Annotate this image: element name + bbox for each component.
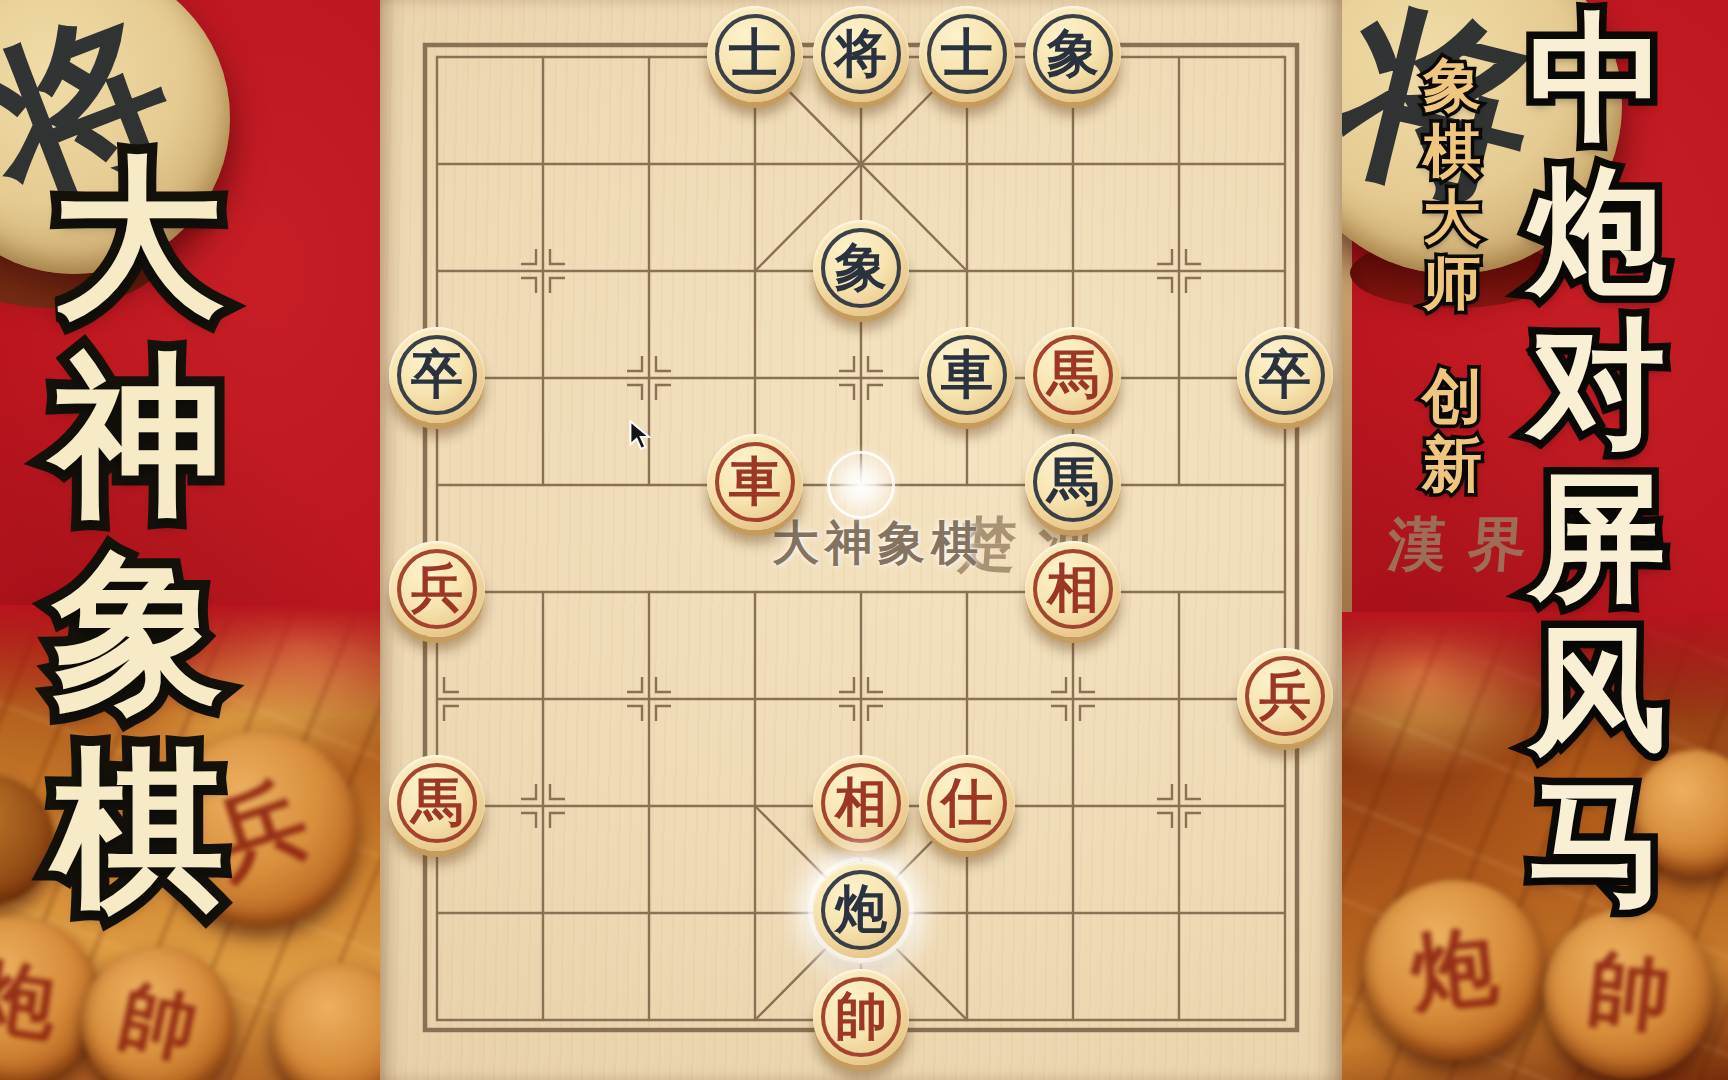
piece-馬-a3[interactable]: 馬 [389,755,485,851]
point-marker [1157,249,1172,264]
point-marker [1157,784,1172,799]
point-marker [656,356,671,371]
piece-士-f10[interactable]: 士 [919,6,1015,102]
point-marker [839,356,854,371]
piece-char: 卒 [1237,327,1333,423]
piece-仕-f3[interactable]: 仕 [919,755,1015,851]
piece-char: 馬 [389,755,485,851]
point-marker [550,249,565,264]
piece-士-d10[interactable]: 士 [707,6,803,102]
banner-char: 神 [52,337,224,534]
screenshot-stage: 将 兵 炮 帥 大神象棋 楚河 漢界 [0,0,1728,1080]
banner-char: 象 [1423,52,1481,118]
point-marker [1080,706,1095,721]
piece-char: 帥 [813,969,909,1065]
point-marker [550,784,565,799]
point-marker [1186,249,1201,264]
photo-piece-shuai: 帥 [1544,908,1714,1078]
xiangqi-board: 楚河 漢界 大神象棋 士将士象象卒車馬卒車馬兵相兵馬相仕炮帥 [380,0,1342,1080]
point-marker [627,706,642,721]
point-marker [444,706,459,721]
banner-char: 象 [52,534,224,731]
piece-卒-i7[interactable]: 卒 [1237,327,1333,423]
point-marker [1186,784,1201,799]
point-marker [1186,278,1201,293]
banner-char: 马 [1528,767,1666,920]
banner-char: 对 [1528,308,1666,461]
point-marker [444,677,459,692]
photo-piece-pao: 炮 [1364,880,1544,1060]
right-banner-subtitle: 象棋大师 [1414,52,1490,316]
point-marker [839,706,854,721]
piece-char: 相 [1025,541,1121,637]
point-marker [839,385,854,400]
point-marker [839,677,854,692]
banner-char: 中 [1528,2,1666,155]
point-marker [868,677,883,692]
point-marker [1080,677,1095,692]
point-marker [656,677,671,692]
piece-象-e8[interactable]: 象 [813,220,909,316]
piece-char: 相 [813,755,909,851]
piece-炮-e2[interactable]: 炮 [813,862,909,958]
point-marker [521,813,536,828]
piece-char: 仕 [919,755,1015,851]
point-marker [550,278,565,293]
banner-char: 棋 [1423,118,1481,184]
piece-char: 士 [707,6,803,102]
piece-車-f7[interactable]: 車 [919,327,1015,423]
piece-相-g5[interactable]: 相 [1025,541,1121,637]
point-marker [868,356,883,371]
piece-兵-a5[interactable]: 兵 [389,541,485,637]
banner-char: 新 [1422,430,1482,498]
banner-char: 风 [1528,614,1666,767]
piece-帥-e1[interactable]: 帥 [813,969,909,1065]
banner-char: 屏 [1528,461,1666,614]
point-marker [1051,706,1066,721]
point-marker [868,385,883,400]
point-marker [1157,278,1172,293]
piece-車-d6[interactable]: 車 [707,434,803,530]
point-marker [521,249,536,264]
point-marker [868,706,883,721]
banner-char: 创 [1422,362,1482,430]
piece-char: 馬 [1025,434,1121,530]
piece-char: 兵 [1237,648,1333,744]
piece-char: 兵 [389,541,485,637]
mouse-cursor [628,420,656,452]
piece-卒-a7[interactable]: 卒 [389,327,485,423]
banner-char: 大 [1423,184,1481,250]
point-marker [1051,677,1066,692]
point-marker [521,278,536,293]
point-marker [1186,813,1201,828]
point-marker [656,706,671,721]
piece-兵-i4[interactable]: 兵 [1237,648,1333,744]
piece-char: 卒 [389,327,485,423]
piece-char: 車 [707,434,803,530]
piece-char: 炮 [813,862,909,958]
photo-piece-shuai: 帥 [82,947,234,1080]
banner-char: 师 [1423,250,1481,316]
piece-char: 馬 [1025,327,1121,423]
point-marker [550,813,565,828]
piece-馬-g7[interactable]: 馬 [1025,327,1121,423]
point-marker [627,385,642,400]
point-marker [656,385,671,400]
point-marker [627,356,642,371]
right-banner-title: 中炮对屏风马 [1520,2,1674,920]
left-banner-title: 大神象棋 [26,140,250,928]
piece-馬-g6[interactable]: 馬 [1025,434,1121,530]
last-move-from-marker [815,439,907,531]
piece-将-e10[interactable]: 将 [813,6,909,102]
left-banner: 将 兵 炮 帥 大神象棋 [0,0,380,1080]
banner-char: 大 [52,140,224,337]
piece-char: 象 [813,220,909,316]
piece-象-g10[interactable]: 象 [1025,6,1121,102]
point-marker [521,784,536,799]
piece-char: 車 [919,327,1015,423]
point-marker [1157,813,1172,828]
banner-char: 棋 [52,731,224,928]
piece-相-e3[interactable]: 相 [813,755,909,851]
piece-char: 象 [1025,6,1121,102]
piece-char: 士 [919,6,1015,102]
piece-char: 将 [813,6,909,102]
point-marker [627,677,642,692]
right-banner-subtitle2: 创新 [1412,362,1492,498]
banner-char: 炮 [1528,155,1666,308]
